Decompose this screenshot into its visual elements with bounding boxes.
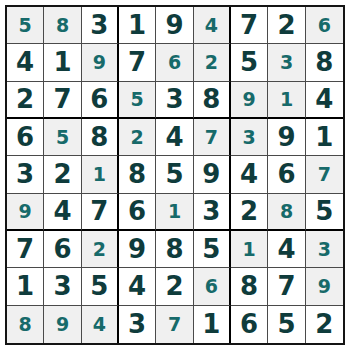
cell-r7c5[interactable]: 8	[156, 231, 193, 268]
cell-r4c5[interactable]: 4	[156, 119, 193, 156]
cell-r1c9[interactable]: 6	[306, 7, 343, 44]
cell-r7c7[interactable]: 1	[231, 231, 268, 268]
cell-r1c3[interactable]: 3	[82, 7, 119, 44]
cell-r5c4[interactable]: 8	[119, 156, 156, 193]
cell-r2c2[interactable]: 1	[44, 44, 81, 81]
cell-r5c6[interactable]: 9	[194, 156, 231, 193]
cell-r2c1[interactable]: 4	[7, 44, 44, 81]
cell-r3c2[interactable]: 7	[44, 82, 81, 119]
cell-r3c7[interactable]: 9	[231, 82, 268, 119]
cell-r1c1[interactable]: 5	[7, 7, 44, 44]
cell-r8c3[interactable]: 5	[82, 268, 119, 305]
cell-r7c4[interactable]: 9	[119, 231, 156, 268]
cell-r4c9[interactable]: 1	[306, 119, 343, 156]
cell-r9c4[interactable]: 3	[119, 306, 156, 343]
cell-r5c1[interactable]: 3	[7, 156, 44, 193]
cell-r5c3[interactable]: 1	[82, 156, 119, 193]
cell-r1c7[interactable]: 7	[231, 7, 268, 44]
cell-r1c5[interactable]: 9	[156, 7, 193, 44]
cell-r3c3[interactable]: 6	[82, 82, 119, 119]
cell-r1c4[interactable]: 1	[119, 7, 156, 44]
cell-r2c9[interactable]: 8	[306, 44, 343, 81]
cell-r4c2[interactable]: 5	[44, 119, 81, 156]
cell-r9c3[interactable]: 4	[82, 306, 119, 343]
cell-r4c3[interactable]: 8	[82, 119, 119, 156]
cell-r4c1[interactable]: 6	[7, 119, 44, 156]
cell-r3c4[interactable]: 5	[119, 82, 156, 119]
cell-r4c7[interactable]: 3	[231, 119, 268, 156]
cell-r2c3[interactable]: 9	[82, 44, 119, 81]
cell-r9c5[interactable]: 7	[156, 306, 193, 343]
cell-r1c6[interactable]: 4	[194, 7, 231, 44]
cell-r8c2[interactable]: 3	[44, 268, 81, 305]
cell-r1c2[interactable]: 8	[44, 7, 81, 44]
cell-r8c7[interactable]: 8	[231, 268, 268, 305]
cell-r8c1[interactable]: 1	[7, 268, 44, 305]
cell-r3c5[interactable]: 3	[156, 82, 193, 119]
cell-r3c8[interactable]: 1	[268, 82, 305, 119]
cell-r6c8[interactable]: 8	[268, 194, 305, 231]
cell-r8c5[interactable]: 2	[156, 268, 193, 305]
cell-r7c9[interactable]: 3	[306, 231, 343, 268]
cell-r2c7[interactable]: 5	[231, 44, 268, 81]
cell-r6c9[interactable]: 5	[306, 194, 343, 231]
cell-r7c6[interactable]: 5	[194, 231, 231, 268]
cell-r8c9[interactable]: 9	[306, 268, 343, 305]
cell-r3c9[interactable]: 4	[306, 82, 343, 119]
cell-r6c1[interactable]: 9	[7, 194, 44, 231]
cell-r4c8[interactable]: 9	[268, 119, 305, 156]
cell-r6c4[interactable]: 6	[119, 194, 156, 231]
cell-r7c1[interactable]: 7	[7, 231, 44, 268]
cell-r2c8[interactable]: 3	[268, 44, 305, 81]
cell-r7c2[interactable]: 6	[44, 231, 81, 268]
cell-r2c5[interactable]: 6	[156, 44, 193, 81]
cell-r9c6[interactable]: 1	[194, 306, 231, 343]
cell-r4c6[interactable]: 7	[194, 119, 231, 156]
cell-r3c6[interactable]: 8	[194, 82, 231, 119]
cell-r7c8[interactable]: 4	[268, 231, 305, 268]
cell-r6c2[interactable]: 4	[44, 194, 81, 231]
cell-r9c1[interactable]: 8	[7, 306, 44, 343]
cell-r5c9[interactable]: 7	[306, 156, 343, 193]
cell-r5c5[interactable]: 5	[156, 156, 193, 193]
cell-r2c6[interactable]: 2	[194, 44, 231, 81]
cell-r6c5[interactable]: 1	[156, 194, 193, 231]
cell-r8c4[interactable]: 4	[119, 268, 156, 305]
cell-r3c1[interactable]: 2	[7, 82, 44, 119]
cell-r7c3[interactable]: 2	[82, 231, 119, 268]
cell-r5c8[interactable]: 6	[268, 156, 305, 193]
cell-r8c8[interactable]: 7	[268, 268, 305, 305]
cell-r4c4[interactable]: 2	[119, 119, 156, 156]
cell-r9c7[interactable]: 6	[231, 306, 268, 343]
cell-r2c4[interactable]: 7	[119, 44, 156, 81]
cell-r5c2[interactable]: 2	[44, 156, 81, 193]
cell-r6c7[interactable]: 2	[231, 194, 268, 231]
cell-r9c9[interactable]: 2	[306, 306, 343, 343]
cell-r6c3[interactable]: 7	[82, 194, 119, 231]
page: 5831947264197625382765389146582473913218…	[0, 0, 350, 350]
cell-r9c2[interactable]: 9	[44, 306, 81, 343]
sudoku-board: 5831947264197625382765389146582473913218…	[5, 5, 345, 345]
cell-r9c8[interactable]: 5	[268, 306, 305, 343]
cell-r6c6[interactable]: 3	[194, 194, 231, 231]
cell-r1c8[interactable]: 2	[268, 7, 305, 44]
cell-r5c7[interactable]: 4	[231, 156, 268, 193]
cell-r8c6[interactable]: 6	[194, 268, 231, 305]
